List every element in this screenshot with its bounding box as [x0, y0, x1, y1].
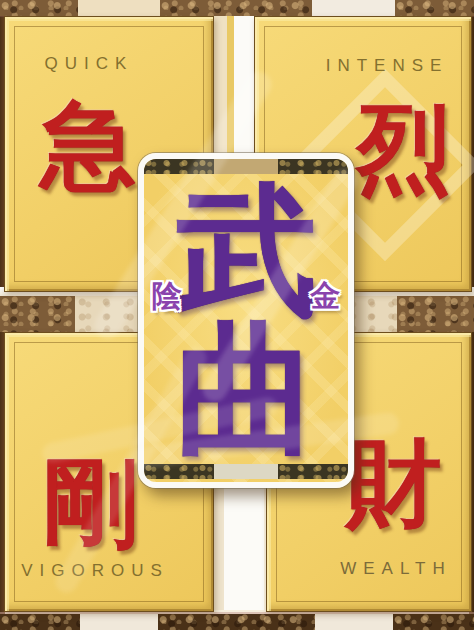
- cream-strip: [78, 0, 160, 16]
- carved-block: [393, 614, 474, 630]
- carved-frame-top: [0, 0, 474, 17]
- carved-block: [395, 0, 474, 16]
- carved-block: [0, 0, 78, 16]
- star-char-wu: 武: [175, 181, 317, 320]
- card-label-english: WEALTH: [321, 559, 471, 579]
- polarity-yin-character: 陰: [152, 281, 182, 311]
- card-character-hanzi: 財: [346, 435, 441, 530]
- band-center-segment: [214, 464, 278, 479]
- carved-block: [158, 614, 315, 630]
- carved-frame-bottom: [0, 612, 474, 630]
- ornate-band-bottom: [144, 464, 348, 479]
- card-spread: QUICK 急 INTENSE 烈 剛 VIGOROUS 財 WEALTH 武 …: [0, 0, 474, 630]
- carved-block: [0, 614, 80, 630]
- card-label-english: INTENSE: [307, 56, 467, 76]
- card-character-hanzi: 烈: [356, 101, 451, 196]
- card-character-hanzi: 急: [41, 97, 136, 192]
- card-label-english: QUICK: [5, 54, 173, 74]
- star-name-characters: 武 曲: [144, 172, 348, 468]
- cream-strip: [80, 614, 158, 630]
- cream-strip: [315, 614, 393, 630]
- card-character-hanzi: 剛: [43, 455, 138, 550]
- carved-segment: [278, 464, 348, 479]
- carved-block: [397, 296, 474, 332]
- carved-block: [0, 296, 75, 332]
- element-metal-character: 金: [310, 281, 340, 311]
- carved-segment: [144, 464, 214, 479]
- star-char-qu: 曲: [175, 320, 317, 459]
- card-label-english: VIGOROUS: [5, 561, 185, 581]
- carved-block: [160, 0, 312, 16]
- card-wuqu-center[interactable]: 武 曲 陰 金: [138, 153, 354, 488]
- cream-strip: [312, 0, 395, 16]
